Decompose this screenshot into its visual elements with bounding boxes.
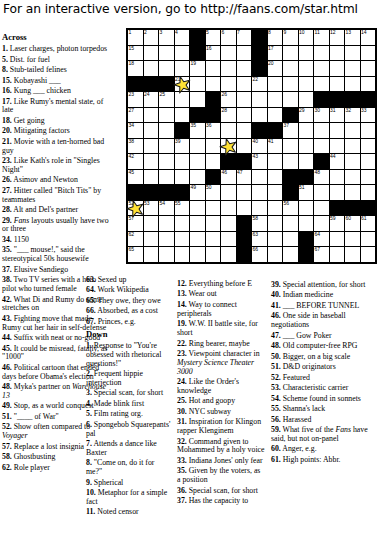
cell-number: 33	[361, 108, 367, 114]
black-cell	[283, 185, 298, 200]
grid-cell	[299, 46, 314, 61]
cell-number: 10	[299, 30, 305, 36]
cell-number: 23	[129, 92, 135, 98]
grid-cell: 50	[206, 185, 221, 200]
cell-number: 55	[175, 201, 181, 207]
down-heading: Down	[86, 330, 172, 340]
down-clue-list-2: 12. Everything before E13. Wear out14. W…	[177, 280, 265, 506]
grid-cell	[283, 232, 298, 247]
black-cell	[159, 77, 174, 92]
grid-cell	[144, 139, 159, 154]
grid-cell	[252, 108, 267, 123]
down-clue-8: 8. "Come on, do it for me?"	[86, 459, 172, 477]
grid-cell	[221, 46, 236, 61]
cell-number: 27	[129, 108, 135, 114]
grid-cell: 57	[128, 216, 143, 231]
grid-cell	[175, 216, 190, 231]
grid-cell: 21	[175, 77, 190, 92]
grid-cell	[159, 139, 174, 154]
grid-cell: 51	[299, 185, 314, 200]
grid-cell: 43	[252, 154, 267, 169]
down-clue-52: 52. Featured	[271, 374, 378, 383]
grid-cell	[175, 232, 190, 247]
down-clue-39: 39. Special attention, for short	[271, 281, 378, 290]
grid-cell: 66	[252, 247, 267, 262]
grid-cell	[237, 46, 252, 61]
grid-cell	[345, 77, 360, 92]
cell-number: 2	[144, 30, 147, 36]
grid-cell: 5	[206, 30, 221, 45]
cell-number: 40	[253, 139, 259, 145]
down-clue-37: 37. Has the capacity to	[177, 497, 265, 506]
down-clue-9: 9. Spherical	[86, 479, 172, 488]
grid-cell	[314, 216, 329, 231]
cell-number: 51	[299, 185, 305, 191]
grid-cell: 26	[221, 92, 236, 107]
grid-cell	[314, 61, 329, 76]
grid-cell	[361, 232, 376, 247]
black-cell	[190, 30, 205, 45]
grid-cell	[159, 61, 174, 76]
black-cell	[361, 92, 376, 107]
grid-cell	[283, 247, 298, 262]
cell-number: 66	[253, 247, 259, 253]
black-cell	[190, 46, 205, 61]
grid-cell: 31	[330, 108, 345, 123]
cell-number: 52	[129, 201, 135, 207]
across-clue-5: 5. Dist. for fuel	[2, 56, 112, 65]
black-cell	[252, 30, 267, 45]
down-clue-54: 54. Scheme found in sonnets	[271, 395, 378, 404]
grid-cell	[268, 201, 283, 216]
cell-number: 35	[191, 123, 197, 129]
grid-cell	[268, 216, 283, 231]
grid-cell: 42	[128, 154, 143, 169]
grid-cell: 44	[330, 154, 345, 169]
across-clue-21: 21. Movie with a ten-horned bad guy	[2, 138, 112, 156]
grid-cell	[190, 201, 205, 216]
black-cell	[252, 61, 267, 76]
grid-cell	[175, 108, 190, 123]
grid-cell	[314, 123, 329, 138]
grid-cell: 16	[206, 46, 221, 61]
grid-cell: 46	[221, 170, 236, 185]
across-clue-18: 18. Get going	[2, 117, 112, 126]
down-clue-47: 47. ___ Gow Poker	[271, 332, 378, 341]
down-clue-24: 24. Like the Order's knowledge	[177, 378, 265, 396]
grid-cell	[144, 108, 159, 123]
across-clue-63: 63. Sexed up	[86, 276, 172, 285]
grid-cell	[190, 92, 205, 107]
grid-cell	[221, 232, 236, 247]
grid-cell	[330, 77, 345, 92]
black-cell	[206, 108, 221, 123]
grid-cell	[330, 123, 345, 138]
grid-cell	[206, 232, 221, 247]
cell-number: 25	[160, 92, 166, 98]
black-cell	[299, 170, 314, 185]
grid-cell	[159, 108, 174, 123]
down-clue-32: 32. Command given to Mohammed by a holy …	[177, 438, 265, 456]
cell-number: 47	[237, 170, 243, 176]
grid-cell	[299, 61, 314, 76]
black-cell	[175, 185, 190, 200]
down-clue-3: 3. Special scan, for short	[86, 389, 172, 398]
grid-cell: 48	[314, 170, 329, 185]
across-clue-15: 15. Kobayashi ___	[2, 77, 112, 86]
grid-cell	[345, 123, 360, 138]
grid-cell	[144, 170, 159, 185]
grid-cell	[237, 92, 252, 107]
cell-number: 42	[129, 154, 135, 160]
cell-number: 67	[315, 247, 321, 253]
grid-cell	[252, 201, 267, 216]
grid-cell	[299, 139, 314, 154]
down-clue-2: 2. Frequent hippie interjection	[86, 370, 172, 388]
across-clue-29: 29. Fans layouts usually have two or thr…	[2, 217, 112, 235]
grid-cell	[175, 154, 190, 169]
down-clue-56: 56. Harassed	[271, 416, 378, 425]
grid-cell	[159, 170, 174, 185]
grid-cell	[237, 123, 252, 138]
grid-cell	[361, 139, 376, 154]
grid-cell	[237, 139, 252, 154]
grid-cell	[190, 154, 205, 169]
down-clue-53: 53. Characteristic carrier	[271, 384, 378, 393]
cell-number: 28	[222, 108, 228, 114]
grid-cell	[206, 61, 221, 76]
grid-cell	[299, 123, 314, 138]
grid-cell	[252, 92, 267, 107]
grid-cell: 67	[314, 247, 329, 262]
grid-cell: 35	[190, 123, 205, 138]
cell-number: 8	[268, 30, 271, 36]
down-clue-35: 35. Given by the voters, as a position	[177, 467, 265, 485]
grid-cell: 18	[128, 61, 143, 76]
down-clue-13: 13. Wear out	[177, 290, 265, 299]
grid-cell	[206, 201, 221, 216]
grid-cell	[221, 216, 236, 231]
black-cell	[283, 170, 298, 185]
grid-cell	[190, 216, 205, 231]
down-clue-list: 1. Response to "You're obsessed with rhe…	[86, 342, 172, 517]
down-clue-22: 22. Ring bearer, maybe	[177, 340, 265, 349]
grid-cell: 25	[159, 92, 174, 107]
across-clue-27: 27. Hitter called "Bitch Tits" by teamma…	[2, 187, 112, 205]
grid-cell	[144, 123, 159, 138]
cell-number: 65	[129, 247, 135, 253]
grid-cell: 33	[361, 108, 376, 123]
grid-cell	[299, 216, 314, 231]
grid-cell: 39	[175, 139, 190, 154]
grid-cell	[283, 139, 298, 154]
black-cell	[330, 92, 345, 107]
black-cell	[221, 154, 236, 169]
grid-cell	[144, 61, 159, 76]
grid-cell: 4	[175, 30, 190, 45]
grid-cell	[314, 77, 329, 92]
down-clue-59: 59. What five of the Fans have said, but…	[271, 426, 378, 444]
down-clue-55: 55. Shanna's lack	[271, 405, 378, 414]
cell-number: 43	[253, 154, 259, 160]
across-clue-list-tail: 63. Sexed up64. Work Wikipedia65. They o…	[86, 276, 172, 327]
grid-cell: 13	[345, 30, 360, 45]
grid-cell: 7	[237, 30, 252, 45]
grid-cell	[221, 61, 236, 76]
grid-cell: 9	[283, 30, 298, 45]
cell-number: 26	[222, 92, 228, 98]
black-cell	[237, 154, 252, 169]
grid-cell: 63	[252, 232, 267, 247]
grid-cell	[283, 216, 298, 231]
grid-cell	[330, 232, 345, 247]
down-clue-23: 23. Viewpoint character in Mystery Scien…	[177, 350, 265, 376]
grid-cell	[221, 77, 236, 92]
grid-cell	[206, 154, 221, 169]
grid-cell	[361, 247, 376, 262]
grid-cell	[330, 139, 345, 154]
down-clue-61: 61. High points: Abbr.	[271, 456, 378, 465]
cell-number: 22	[253, 77, 259, 83]
across-clue-37: 37. Elusive Sandiego	[2, 266, 112, 275]
grid-cell	[206, 216, 221, 231]
grid-cell: 24	[144, 92, 159, 107]
down-clue-60: 60. Anger, e.g.	[271, 445, 378, 454]
grid-cell: 47	[237, 170, 252, 185]
cell-number: 38	[129, 139, 135, 145]
cell-number: 56	[284, 201, 290, 207]
grid-cell	[190, 77, 205, 92]
grid-cell	[345, 247, 360, 262]
down-clue-11: 11. Noted censor	[86, 508, 172, 517]
grid-cell	[159, 247, 174, 262]
black-cell	[237, 216, 252, 231]
grid-cell	[237, 108, 252, 123]
cell-number: 17	[268, 46, 274, 52]
grid-cell	[144, 154, 159, 169]
grid-cell: 55	[175, 201, 190, 216]
black-cell	[128, 185, 143, 200]
across-clue-28: 28. Alt and Del's partner	[2, 206, 112, 215]
cell-number: 30	[315, 108, 321, 114]
down-clue-46: 46. One side in baseball negotiations	[271, 312, 378, 330]
grid-cell	[175, 92, 190, 107]
grid-cell	[314, 185, 329, 200]
grid-cell	[159, 123, 174, 138]
grid-cell	[361, 185, 376, 200]
cell-number: 41	[268, 139, 274, 145]
grid-cell	[345, 139, 360, 154]
across-clue-1: 1. Laser charges, photon torpedos	[2, 45, 112, 54]
cell-number: 21	[175, 77, 181, 83]
across-clue-23: 23. Like Kath's role in "Singles Night"	[2, 157, 112, 175]
black-cell	[206, 170, 221, 185]
grid-cell	[268, 185, 283, 200]
cell-number: 14	[361, 30, 367, 36]
grid-cell: 37	[283, 123, 298, 138]
grid-cell	[268, 77, 283, 92]
grid-cell	[299, 201, 314, 216]
cell-number: 1	[129, 30, 132, 36]
grid-cell: 30	[314, 108, 329, 123]
cell-number: 18	[129, 61, 135, 67]
down-clue-48: 48. Old computer-free RPG	[271, 342, 378, 351]
black-cell	[237, 232, 252, 247]
down-clue-5: 5. Film rating org.	[86, 410, 172, 419]
down-clue-25: 25. Hot and goopy	[177, 397, 265, 406]
down-clue-41: 41. ___ BEFORE TUNNEL	[271, 302, 378, 311]
black-cell	[144, 77, 159, 92]
grid-cell	[144, 46, 159, 61]
down-clue-50: 50. Bigger, on a big scale	[271, 353, 378, 362]
black-cell	[159, 185, 174, 200]
cell-number: 44	[330, 154, 336, 160]
grid-cell	[345, 61, 360, 76]
down-clue-7: 7. Attends a dance like Baxter	[86, 440, 172, 458]
cell-number: 57	[129, 216, 135, 222]
cell-number: 34	[129, 123, 135, 129]
cell-number: 64	[315, 232, 321, 238]
grid-cell	[221, 123, 236, 138]
grid-cell	[175, 170, 190, 185]
down-clue-36: 36. Special scan, for short	[177, 487, 265, 496]
grid-cell	[268, 154, 283, 169]
grid-cell	[345, 232, 360, 247]
grid-cell: 65	[128, 247, 143, 262]
black-cell	[252, 123, 267, 138]
grid-cell: 27	[128, 108, 143, 123]
grid-cell: 49	[190, 185, 205, 200]
cell-number: 60	[346, 216, 352, 222]
down-clue-12: 12. Everything before E	[177, 280, 265, 289]
grid-cell: 12	[330, 30, 345, 45]
grid-cell: 8	[268, 30, 283, 45]
cell-number: 63	[253, 232, 259, 238]
across-clue-64: 64. Work Wikipedia	[86, 286, 172, 295]
cell-number: 19	[191, 61, 197, 67]
grid-cell: 3	[159, 30, 174, 45]
cell-number: 48	[315, 170, 321, 176]
down-clue-31: 31. Inspiration for Klingon rapper Kleng…	[177, 418, 265, 436]
cell-number: 29	[299, 108, 305, 114]
clue-column-mixed: 63. Sexed up64. Work Wikipedia65. They o…	[86, 276, 172, 519]
grid-cell	[144, 216, 159, 231]
grid-cell: 36	[206, 123, 221, 138]
grid-cell	[190, 247, 205, 262]
grid-cell	[314, 46, 329, 61]
grid-cell: 58	[252, 216, 267, 231]
grid-cell	[283, 61, 298, 76]
across-heading: Across	[2, 33, 112, 43]
grid-cell	[190, 170, 205, 185]
down-clue-1: 1. Response to "You're obsessed with rhe…	[86, 342, 172, 368]
black-cell	[252, 46, 267, 61]
grid-cell: 10	[299, 30, 314, 45]
black-cell	[330, 201, 345, 216]
grid-cell	[361, 77, 376, 92]
black-cell	[345, 92, 360, 107]
across-clue-17: 17. Like Rumy's mental state, of late	[2, 98, 112, 116]
grid-cell	[221, 139, 236, 154]
grid-cell	[159, 232, 174, 247]
cell-number: 50	[206, 185, 212, 191]
grid-cell	[283, 46, 298, 61]
grid-cell: 22	[252, 77, 267, 92]
down-clue-33: 33. Indiana Jones' only fear	[177, 457, 265, 466]
cell-number: 20	[268, 61, 274, 67]
black-cell	[299, 232, 314, 247]
cell-number: 12	[330, 30, 336, 36]
cell-number: 31	[330, 108, 336, 114]
grid-cell: 34	[128, 123, 143, 138]
grid-cell: 19	[190, 61, 205, 76]
grid-cell	[159, 46, 174, 61]
down-clue-19: 19. W.W. II battle site, for short	[177, 320, 265, 338]
grid-cell: 32	[345, 108, 360, 123]
cell-number: 46	[222, 170, 228, 176]
grid-cell: 11	[314, 30, 329, 45]
cell-number: 6	[222, 30, 225, 36]
grid-cell	[330, 46, 345, 61]
grid-cell	[361, 154, 376, 169]
black-cell	[314, 154, 329, 169]
grid-cell	[237, 61, 252, 76]
down-clue-14: 14. Way to connect peripherals	[177, 301, 265, 319]
clue-column-down-3: 39. Special attention, for short40. Indi…	[271, 281, 378, 466]
grid-cell	[283, 77, 298, 92]
grid-cell	[144, 247, 159, 262]
grid-cell	[190, 139, 205, 154]
grid-cell: 15	[128, 46, 143, 61]
grid-cell	[206, 139, 221, 154]
crossword-grid: 1234567891011121314151617181920212223242…	[126, 28, 377, 264]
down-clue-51: 51. D&D originators	[271, 363, 378, 372]
grid-cell	[268, 247, 283, 262]
grid-cell	[237, 201, 252, 216]
cell-number: 15	[129, 46, 135, 52]
cell-number: 54	[160, 201, 166, 207]
cell-number: 16	[206, 46, 212, 52]
cell-number: 61	[361, 216, 367, 222]
grid-cell	[252, 170, 267, 185]
cell-number: 58	[253, 216, 259, 222]
grid-cell: 17	[268, 46, 283, 61]
grid-cell	[361, 46, 376, 61]
grid-cell	[144, 232, 159, 247]
grid-cell: 64	[314, 232, 329, 247]
grid-cell	[206, 247, 221, 262]
grid-cell	[330, 247, 345, 262]
grid-cell	[237, 185, 252, 200]
grid-cell	[330, 170, 345, 185]
grid-cell	[268, 232, 283, 247]
grid-cell	[299, 92, 314, 107]
grid-cell: 6	[221, 30, 236, 45]
grid-cell	[314, 139, 329, 154]
across-clue-34: 34. 1150	[2, 236, 112, 245]
interactive-version-note: For an interactive version, go to http:/…	[3, 2, 380, 17]
cell-number: 13	[346, 30, 352, 36]
across-clue-26: 26. Asimov and Newton	[2, 176, 112, 185]
grid-cell: 62	[128, 232, 143, 247]
across-clue-8: 8. Stub-tailed felines	[2, 66, 112, 75]
grid-cell: 38	[128, 139, 143, 154]
grid-cell	[283, 92, 298, 107]
grid-cell	[252, 185, 267, 200]
grid-cell: 1	[128, 30, 143, 45]
black-cell	[299, 247, 314, 262]
cell-number: 36	[206, 123, 212, 129]
